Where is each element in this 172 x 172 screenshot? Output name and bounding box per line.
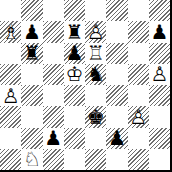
square-g5[interactable] <box>128 64 149 85</box>
square-c7[interactable] <box>43 21 64 42</box>
white-pawn: ♟♙ <box>149 64 170 85</box>
white-knight: ♞♘ <box>21 149 42 170</box>
square-b2[interactable] <box>21 128 42 149</box>
square-h6[interactable] <box>149 43 170 64</box>
square-e8[interactable] <box>85 0 106 21</box>
white-pawn: ♟♙ <box>85 21 106 42</box>
square-c5[interactable] <box>43 64 64 85</box>
square-b6[interactable]: ♜ <box>21 43 42 64</box>
square-g8[interactable] <box>128 0 149 21</box>
square-d3[interactable] <box>64 106 85 127</box>
square-h1[interactable] <box>149 149 170 170</box>
square-h4[interactable] <box>149 85 170 106</box>
square-a7[interactable]: ♝♗ <box>0 21 21 42</box>
white-king: ♚♔ <box>64 64 85 85</box>
square-e1[interactable] <box>85 149 106 170</box>
square-g7[interactable] <box>128 21 149 42</box>
square-d8[interactable] <box>64 0 85 21</box>
square-e5[interactable]: ♞ <box>85 64 106 85</box>
white-pawn: ♟♙ <box>0 85 21 106</box>
square-e3[interactable]: ♚ <box>85 106 106 127</box>
square-a4[interactable]: ♟♙ <box>0 85 21 106</box>
square-f6[interactable] <box>106 43 127 64</box>
square-f8[interactable] <box>106 0 127 21</box>
square-c6[interactable] <box>43 43 64 64</box>
square-d7[interactable]: ♜ <box>64 21 85 42</box>
square-a1[interactable] <box>0 149 21 170</box>
square-h3[interactable] <box>149 106 170 127</box>
black-king: ♚ <box>85 106 106 127</box>
black-pawn: ♟ <box>149 21 170 42</box>
square-f3[interactable] <box>106 106 127 127</box>
square-h5[interactable]: ♟♙ <box>149 64 170 85</box>
square-b3[interactable] <box>21 106 42 127</box>
black-rook: ♜ <box>21 43 42 64</box>
square-c1[interactable] <box>43 149 64 170</box>
square-c2[interactable]: ♟ <box>43 128 64 149</box>
square-c3[interactable] <box>43 106 64 127</box>
square-f2[interactable]: ♟ <box>106 128 127 149</box>
square-g1[interactable] <box>128 149 149 170</box>
square-d6[interactable]: ♟ <box>64 43 85 64</box>
black-pawn: ♟ <box>43 128 64 149</box>
square-b8[interactable] <box>21 0 42 21</box>
white-pawn: ♟♙ <box>128 106 149 127</box>
square-f4[interactable] <box>106 85 127 106</box>
square-g3[interactable]: ♟♙ <box>128 106 149 127</box>
black-rook: ♜ <box>64 21 85 42</box>
white-rook: ♜♖ <box>85 43 106 64</box>
square-a3[interactable] <box>0 106 21 127</box>
square-e2[interactable] <box>85 128 106 149</box>
square-g6[interactable] <box>128 43 149 64</box>
square-e4[interactable] <box>85 85 106 106</box>
square-d2[interactable] <box>64 128 85 149</box>
square-b7[interactable]: ♟ <box>21 21 42 42</box>
square-h8[interactable] <box>149 0 170 21</box>
square-g4[interactable] <box>128 85 149 106</box>
square-f7[interactable] <box>106 21 127 42</box>
square-a6[interactable] <box>0 43 21 64</box>
square-f1[interactable] <box>106 149 127 170</box>
square-h7[interactable]: ♟ <box>149 21 170 42</box>
square-b4[interactable] <box>21 85 42 106</box>
black-pawn: ♟ <box>64 43 85 64</box>
square-d4[interactable] <box>64 85 85 106</box>
square-a2[interactable] <box>0 128 21 149</box>
square-e6[interactable]: ♜♖ <box>85 43 106 64</box>
square-a5[interactable] <box>0 64 21 85</box>
square-b5[interactable] <box>21 64 42 85</box>
square-h2[interactable] <box>149 128 170 149</box>
black-knight: ♞ <box>85 64 106 85</box>
square-e7[interactable]: ♟♙ <box>85 21 106 42</box>
square-f5[interactable] <box>106 64 127 85</box>
square-c8[interactable] <box>43 0 64 21</box>
square-d5[interactable]: ♚♔ <box>64 64 85 85</box>
square-b1[interactable]: ♞♘ <box>21 149 42 170</box>
square-a8[interactable] <box>0 0 21 21</box>
black-pawn: ♟ <box>106 128 127 149</box>
white-bishop: ♝♗ <box>0 21 21 42</box>
black-pawn: ♟ <box>21 21 42 42</box>
chess-board: ♝♗♟♜♟♙♟♜♟♜♖♚♔♞♟♙♟♙♚♟♙♟♟♞♘ <box>0 0 172 172</box>
square-c4[interactable] <box>43 85 64 106</box>
square-g2[interactable] <box>128 128 149 149</box>
square-d1[interactable] <box>64 149 85 170</box>
chess-diagram: ♝♗♟♜♟♙♟♜♟♜♖♚♔♞♟♙♟♙♚♟♙♟♟♞♘ <box>0 0 172 172</box>
